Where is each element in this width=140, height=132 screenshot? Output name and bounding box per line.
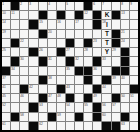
grid-cell[interactable] (130, 76, 138, 84)
black-cell (57, 85, 65, 93)
grid-cell[interactable] (48, 67, 56, 75)
grid-cell[interactable] (75, 76, 83, 84)
grid-cell[interactable]: 9 (130, 2, 138, 10)
grid-cell[interactable]: 7 (102, 2, 110, 10)
grid-cell[interactable] (112, 85, 120, 93)
grid-cell[interactable]: 30 (20, 57, 28, 65)
clue-number: 61 (2, 122, 6, 125)
grid-cell[interactable] (84, 30, 92, 38)
grid-cell[interactable]: 14 (2, 20, 10, 28)
clue-number: 6 (93, 2, 95, 5)
grid-cell[interactable]: 13 (121, 11, 129, 19)
clue-number: 49 (93, 94, 97, 97)
grid-cell[interactable] (11, 48, 19, 56)
grid-cell[interactable] (11, 30, 19, 38)
clue-number: 33 (102, 57, 106, 60)
grid-cell[interactable]: 34 (11, 67, 19, 75)
grid-cell[interactable]: 53 (39, 103, 47, 111)
grid-cell[interactable] (20, 48, 28, 56)
clue-number: 51 (130, 94, 134, 97)
clue-number: 62 (39, 122, 43, 125)
clue-number: 23 (93, 39, 97, 42)
grid-cell[interactable] (57, 57, 65, 65)
grid-cell[interactable]: 18I (102, 20, 110, 28)
grid-cell[interactable] (130, 57, 138, 65)
grid-cell[interactable]: K (102, 11, 110, 19)
clue-number: 40 (121, 76, 125, 79)
clue-number: 22 (20, 39, 24, 42)
black-cell (11, 57, 19, 65)
clue-number: 29 (112, 48, 116, 51)
clue-number: 14 (2, 20, 6, 23)
grid-cell[interactable] (57, 39, 65, 47)
clue-number: 32 (75, 57, 79, 60)
grid-cell[interactable] (112, 2, 120, 10)
clue-number: 24 (121, 39, 125, 42)
clue-number: 7 (102, 2, 104, 5)
grid-cell[interactable] (57, 103, 65, 111)
grid-cell[interactable] (66, 122, 74, 130)
clue-number: 41 (2, 85, 6, 88)
grid-cell[interactable] (11, 122, 19, 130)
grid-cell[interactable] (75, 39, 83, 47)
cell-letter: T (105, 30, 109, 37)
grid-cell[interactable]: 58 (20, 113, 28, 121)
clue-number: 45 (2, 94, 6, 97)
grid-cell[interactable]: 19 (2, 30, 10, 38)
black-cell (121, 67, 129, 75)
grid-cell[interactable] (66, 113, 74, 121)
black-cell (93, 113, 101, 121)
grid-cell[interactable] (29, 30, 37, 38)
black-cell (112, 11, 120, 19)
clue-number: 57 (112, 103, 116, 106)
clue-number: 34 (11, 67, 15, 70)
clue-number: 25 (2, 48, 6, 51)
grid-cell[interactable] (84, 122, 92, 130)
clue-number: 13 (121, 11, 125, 14)
grid-cell[interactable]: 29 (112, 48, 120, 56)
black-cell (48, 113, 56, 121)
grid-cell[interactable]: 1 (2, 2, 10, 10)
grid-cell[interactable] (39, 39, 47, 47)
grid-cell[interactable]: 60 (102, 113, 110, 121)
clue-number: 55 (84, 103, 88, 106)
black-cell (39, 94, 47, 102)
black-cell (75, 67, 83, 75)
grid-cell[interactable] (48, 39, 56, 47)
clue-number: 27 (66, 48, 70, 51)
clue-number: 60 (102, 113, 106, 116)
grid-cell[interactable]: T (102, 30, 110, 38)
grid-cell[interactable]: 23 (93, 39, 101, 47)
grid-cell[interactable]: 5 (66, 2, 74, 10)
grid-cell[interactable] (29, 57, 37, 65)
grid-cell[interactable] (20, 103, 28, 111)
clue-number: 50 (121, 94, 125, 97)
grid-cell[interactable] (121, 85, 129, 93)
clue-number: 10 (2, 11, 6, 14)
clue-number: 30 (20, 57, 24, 60)
grid-cell[interactable] (57, 76, 65, 84)
grid-cell[interactable]: 12 (84, 11, 92, 19)
cell-letter: I (106, 21, 108, 28)
clue-number: 48 (57, 94, 61, 97)
clue-number: 5 (66, 2, 68, 5)
grid-cell[interactable]: 33 (102, 57, 110, 65)
grid-cell[interactable]: 21 (121, 30, 129, 38)
black-cell (11, 2, 19, 10)
grid-cell[interactable] (48, 20, 56, 28)
grid-cell[interactable] (84, 85, 92, 93)
grid-cell[interactable] (102, 94, 110, 102)
grid-cell[interactable]: 45 (2, 94, 10, 102)
clue-number: 58 (20, 113, 24, 116)
grid-cell[interactable] (130, 20, 138, 28)
clue-number: 35 (66, 67, 70, 70)
grid-cell[interactable] (93, 76, 101, 84)
grid-cell[interactable]: 57 (112, 103, 120, 111)
clue-number: 56 (102, 103, 106, 106)
black-cell (93, 11, 101, 19)
black-cell (84, 2, 92, 10)
grid-cell[interactable] (39, 85, 47, 93)
grid-cell[interactable]: 10 (2, 11, 10, 19)
black-cell (121, 113, 129, 121)
black-cell (66, 39, 74, 47)
cell-letter: Y (104, 49, 108, 56)
clue-number: 38 (48, 76, 52, 79)
grid-cell[interactable]: Y (102, 48, 110, 56)
black-cell (11, 39, 19, 47)
grid-cell[interactable]: 41 (2, 85, 10, 93)
black-cell (84, 76, 92, 84)
grid-cell[interactable]: 16 (57, 20, 65, 28)
clue-number: 4 (48, 2, 50, 5)
black-cell (20, 85, 28, 93)
grid-cell[interactable] (84, 57, 92, 65)
black-cell (112, 30, 120, 38)
cell-letter: T (105, 40, 109, 47)
black-cell (112, 67, 120, 75)
grid-cell[interactable]: 25 (2, 48, 10, 56)
clue-number: 39 (112, 76, 116, 79)
black-cell (75, 113, 83, 121)
black-cell (112, 122, 120, 130)
grid-cell[interactable]: 55 (84, 103, 92, 111)
clue-number: 12 (84, 11, 88, 14)
black-cell (84, 94, 92, 102)
grid-cell[interactable] (39, 2, 47, 10)
black-cell (66, 94, 74, 102)
black-cell (39, 57, 47, 65)
clue-number: 31 (48, 57, 52, 60)
grid-cell[interactable] (20, 30, 28, 38)
grid-cell[interactable] (121, 103, 129, 111)
grid-cell[interactable] (57, 67, 65, 75)
grid-cell[interactable] (29, 11, 37, 19)
grid-cell[interactable] (20, 20, 28, 28)
grid-cell[interactable]: 26 (39, 48, 47, 56)
clue-number: 20 (48, 30, 52, 33)
grid-cell[interactable] (112, 20, 120, 28)
black-cell (121, 48, 129, 56)
grid-cell[interactable]: 61 (2, 122, 10, 130)
clue-number: 1 (2, 2, 4, 5)
grid-cell[interactable] (93, 30, 101, 38)
grid-cell[interactable] (48, 11, 56, 19)
black-cell (84, 67, 92, 75)
grid-cell[interactable]: 62 (39, 122, 47, 130)
grid-cell[interactable] (11, 76, 19, 84)
grid-cell[interactable]: 42 (29, 85, 37, 93)
grid-cell[interactable] (39, 113, 47, 121)
clue-number: 16 (57, 20, 61, 23)
grid-cell[interactable] (75, 48, 83, 56)
clue-number: 21 (121, 30, 125, 33)
clue-number: 28 (84, 48, 88, 51)
grid-cell[interactable] (48, 48, 56, 56)
clue-number: 11 (11, 11, 15, 14)
grid-cell[interactable] (130, 103, 138, 111)
grid-cell[interactable] (20, 122, 28, 130)
grid-cell[interactable]: 40 (121, 76, 129, 84)
clue-number: 52 (2, 103, 6, 106)
grid-cell[interactable] (57, 30, 65, 38)
grid-cell[interactable]: 17 (75, 20, 83, 28)
grid-cell[interactable] (20, 67, 28, 75)
black-cell (102, 122, 110, 130)
grid-cell[interactable] (130, 122, 138, 130)
clue-number: 43 (66, 85, 70, 88)
grid-cell[interactable]: 3 (29, 2, 37, 10)
black-cell (93, 57, 101, 65)
black-cell (39, 76, 47, 84)
grid-cell[interactable]: 31 (48, 57, 56, 65)
crossword-board: 123456789101112K131415161718I1920T212223… (0, 0, 140, 132)
grid-cell[interactable]: 56 (102, 103, 110, 111)
grid-cell[interactable] (75, 103, 83, 111)
grid-cell[interactable] (121, 20, 129, 28)
black-cell (57, 48, 65, 56)
black-cell (57, 11, 65, 19)
grid-cell[interactable] (29, 113, 37, 121)
grid-cell[interactable]: 8 (121, 2, 129, 10)
grid-cell[interactable] (20, 76, 28, 84)
grid-cell[interactable] (11, 85, 19, 93)
grid-cell[interactable] (84, 113, 92, 121)
black-cell (29, 20, 37, 28)
grid-cell[interactable] (112, 113, 120, 121)
grid-cell[interactable]: 52 (2, 103, 10, 111)
clue-number: 53 (39, 103, 43, 106)
grid-cell[interactable]: 54 (66, 103, 74, 111)
grid-cell[interactable] (84, 20, 92, 28)
grid-cell[interactable] (2, 39, 10, 47)
clue-number: 15 (39, 20, 43, 23)
grid-cell[interactable]: 22 (20, 39, 28, 47)
grid-cell[interactable] (57, 122, 65, 130)
grid-cell[interactable]: 48 (57, 94, 65, 102)
grid-cell[interactable] (66, 11, 74, 19)
grid-cell[interactable] (11, 103, 19, 111)
clue-number: 36 (93, 67, 97, 70)
black-cell (93, 103, 101, 111)
grid-cell[interactable] (29, 76, 37, 84)
clue-number: 17 (75, 20, 79, 23)
grid-cell[interactable]: 36 (93, 67, 101, 75)
grid-cell[interactable]: 6 (93, 2, 101, 10)
clue-number: 3 (29, 2, 31, 5)
clue-number: 9 (130, 2, 132, 5)
grid-cell[interactable] (29, 67, 37, 75)
black-cell (66, 57, 74, 65)
grid-cell[interactable] (66, 20, 74, 28)
grid-cell[interactable] (20, 11, 28, 19)
grid-cell[interactable] (39, 67, 47, 75)
black-cell (93, 20, 101, 28)
grid-cell[interactable] (75, 2, 83, 10)
grid-cell[interactable] (48, 85, 56, 93)
grid-cell[interactable]: 2 (20, 2, 28, 10)
grid-cell[interactable]: 49 (93, 94, 101, 102)
grid-cell[interactable]: 44 (102, 85, 110, 93)
black-cell (93, 85, 101, 93)
clue-number: 37 (2, 76, 6, 79)
clue-number: 26 (39, 48, 43, 51)
grid-cell[interactable]: 46 (20, 94, 28, 102)
grid-cell[interactable]: 11 (11, 11, 19, 19)
grid-cell[interactable]: 50 (121, 94, 129, 102)
black-cell (39, 11, 47, 19)
grid-cell[interactable] (75, 30, 83, 38)
grid-cell[interactable]: 38 (48, 76, 56, 84)
grid-cell[interactable] (130, 30, 138, 38)
crossword-grid: 123456789101112K131415161718I1920T212223… (0, 0, 140, 132)
grid-cell[interactable] (11, 94, 19, 102)
grid-cell[interactable] (130, 11, 138, 19)
clue-number: 63 (121, 122, 125, 125)
grid-cell[interactable] (2, 57, 10, 65)
grid-cell[interactable] (130, 113, 138, 121)
clue-number: 44 (102, 85, 106, 88)
grid-cell[interactable] (93, 48, 101, 56)
grid-cell[interactable] (11, 20, 19, 28)
grid-cell[interactable]: 37 (2, 76, 10, 84)
grid-cell[interactable] (75, 85, 83, 93)
black-cell (29, 48, 37, 56)
grid-cell[interactable] (57, 2, 65, 10)
clue-number: 59 (57, 113, 61, 116)
grid-cell[interactable] (2, 113, 10, 121)
clue-number: 46 (20, 94, 24, 97)
grid-cell[interactable]: 39 (112, 76, 120, 84)
black-cell (2, 67, 10, 75)
black-cell (112, 39, 120, 47)
grid-cell[interactable] (130, 39, 138, 47)
grid-cell[interactable]: 43 (66, 85, 74, 93)
grid-cell[interactable] (48, 122, 56, 130)
black-cell (84, 39, 92, 47)
grid-cell[interactable]: 27 (66, 48, 74, 56)
grid-cell[interactable]: 32 (75, 57, 83, 65)
grid-cell[interactable]: 35 (66, 67, 74, 75)
grid-cell[interactable]: 4 (48, 2, 56, 10)
grid-cell[interactable] (93, 122, 101, 130)
black-cell (112, 94, 120, 102)
grid-cell[interactable] (102, 67, 110, 75)
grid-cell[interactable]: 47 (48, 94, 56, 102)
grid-cell[interactable] (66, 76, 74, 84)
grid-cell[interactable] (75, 94, 83, 102)
cell-letter: K (104, 12, 109, 19)
clue-number: 8 (121, 2, 123, 5)
black-cell (11, 113, 19, 121)
grid-cell[interactable]: 15 (39, 20, 47, 28)
grid-cell[interactable] (48, 103, 56, 111)
grid-cell[interactable]: 28 (84, 48, 92, 56)
black-cell (121, 57, 129, 65)
black-cell (102, 76, 110, 84)
black-cell (130, 85, 138, 93)
grid-cell[interactable] (130, 48, 138, 56)
grid-cell[interactable]: 20 (48, 30, 56, 38)
grid-cell[interactable] (29, 39, 37, 47)
clue-number: 2 (20, 2, 22, 5)
clue-number: 42 (29, 85, 33, 88)
black-cell (39, 30, 47, 38)
grid-cell[interactable] (29, 94, 37, 102)
grid-cell[interactable]: 51 (130, 94, 138, 102)
grid-cell[interactable]: 59 (57, 113, 65, 121)
grid-cell[interactable]: T (102, 39, 110, 47)
black-cell (29, 103, 37, 111)
clue-number: 54 (66, 103, 70, 106)
grid-cell[interactable]: 24 (121, 39, 129, 47)
grid-cell[interactable]: 63 (121, 122, 129, 130)
black-cell (75, 11, 83, 19)
grid-cell[interactable] (130, 67, 138, 75)
black-cell (29, 122, 37, 130)
grid-cell[interactable] (66, 30, 74, 38)
grid-cell[interactable] (75, 122, 83, 130)
clue-number: 19 (2, 30, 6, 33)
clue-number: 47 (48, 94, 52, 97)
grid-cell[interactable] (112, 57, 120, 65)
